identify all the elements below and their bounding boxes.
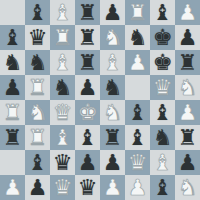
square-f2[interactable]: ♛ [125,150,150,175]
square-c1[interactable]: ♛ [50,175,75,200]
square-c3[interactable]: ♝ [50,125,75,150]
square-c7[interactable]: ♜ [50,25,75,50]
piece-white-knight: ♞ [178,75,198,100]
square-h4[interactable]: ♟ [175,100,200,125]
piece-black-pawn: ♟ [3,75,23,100]
piece-black-knight: ♞ [28,50,48,75]
square-f4[interactable]: ♝ [125,100,150,125]
piece-black-knight: ♞ [3,50,23,75]
square-a4[interactable]: ♜ [0,100,25,125]
piece-white-pawn: ♟ [178,100,198,125]
square-f7[interactable]: ♞ [125,25,150,50]
square-a3[interactable]: ♜ [0,125,25,150]
piece-black-rook: ♜ [103,125,123,150]
square-b6[interactable]: ♞ [25,50,50,75]
square-e7[interactable]: ♞ [100,25,125,50]
piece-black-rook: ♜ [78,50,98,75]
piece-black-pawn: ♟ [28,175,48,200]
piece-black-rook: ♜ [178,50,198,75]
piece-black-knight: ♞ [103,75,123,100]
piece-white-pawn: ♟ [178,0,198,25]
square-a8[interactable] [0,0,25,25]
square-g8[interactable]: ♝ [150,0,175,25]
piece-white-pawn: ♟ [103,175,123,200]
piece-black-bishop: ♝ [3,25,23,50]
piece-white-rook: ♜ [53,25,73,50]
piece-white-bishop: ♝ [153,150,173,175]
square-c8[interactable]: ♝ [50,0,75,25]
square-e4[interactable]: ♞ [100,100,125,125]
square-e5[interactable]: ♞ [100,75,125,100]
piece-black-pawn: ♟ [178,150,198,175]
square-f3[interactable]: ♝ [125,125,150,150]
piece-black-bishop: ♝ [153,0,173,25]
square-e3[interactable]: ♜ [100,125,125,150]
piece-black-rook: ♜ [78,0,98,25]
piece-white-queen: ♛ [128,150,148,175]
square-c4[interactable]: ♛ [50,100,75,125]
square-f5[interactable] [125,75,150,100]
square-f6[interactable]: ♟ [125,50,150,75]
square-a7[interactable]: ♝ [0,25,25,50]
piece-black-rook: ♜ [178,125,198,150]
square-c6[interactable]: ♝ [50,50,75,75]
piece-black-king: ♚ [153,25,173,50]
square-g7[interactable]: ♚ [150,25,175,50]
square-b8[interactable]: ♝ [25,0,50,25]
square-c2[interactable]: ♛ [50,150,75,175]
piece-white-queen: ♛ [53,175,73,200]
piece-white-bishop: ♝ [53,0,73,25]
piece-white-king: ♚ [78,100,98,125]
square-f1[interactable]: ♟ [125,175,150,200]
piece-white-bishop: ♝ [53,125,73,150]
piece-black-pawn: ♟ [103,150,123,175]
square-d1[interactable]: ♛ [75,175,100,200]
piece-white-rook: ♜ [3,100,23,125]
square-h8[interactable]: ♟ [175,0,200,25]
square-g3[interactable]: ♞ [150,125,175,150]
piece-black-rook: ♜ [3,125,23,150]
square-a5[interactable]: ♟ [0,75,25,100]
square-g5[interactable]: ♛ [150,75,175,100]
piece-black-bishop: ♝ [153,100,173,125]
piece-black-queen: ♛ [53,150,73,175]
square-h1[interactable]: ♞ [175,175,200,200]
piece-black-knight: ♞ [153,125,173,150]
square-d7[interactable]: ♜ [75,25,100,50]
piece-white-bishop: ♝ [53,50,73,75]
piece-white-rook: ♜ [128,0,148,25]
piece-white-pawn: ♟ [128,50,148,75]
square-h5[interactable]: ♞ [175,75,200,100]
square-d3[interactable]: ♝ [75,125,100,150]
square-a1[interactable]: ♟ [0,175,25,200]
square-g2[interactable]: ♝ [150,150,175,175]
square-d5[interactable]: ♟ [75,75,100,100]
square-f8[interactable]: ♜ [125,0,150,25]
piece-black-pawn: ♟ [78,150,98,175]
piece-white-knight: ♞ [178,175,198,200]
chess-board: ♝♝♜♟♜♝♟♝♛♜♜♞♞♚♟♞♞♝♜♝♟♚♜♟♜♞♟♞♛♞♜♞♛♚♞♝♝♟♜♜… [0,0,200,200]
piece-white-rook: ♜ [28,125,48,150]
piece-black-queen: ♛ [78,175,98,200]
piece-black-bishop: ♝ [153,175,173,200]
piece-white-pawn: ♟ [128,175,148,200]
square-a6[interactable]: ♞ [0,50,25,75]
square-d6[interactable]: ♜ [75,50,100,75]
square-c5[interactable]: ♞ [50,75,75,100]
piece-black-pawn: ♟ [78,75,98,100]
square-b7[interactable]: ♛ [25,25,50,50]
piece-black-bishop: ♝ [128,100,148,125]
square-g4[interactable]: ♝ [150,100,175,125]
square-b5[interactable]: ♜ [25,75,50,100]
piece-black-knight: ♞ [128,25,148,50]
piece-black-queen: ♛ [28,25,48,50]
piece-white-queen: ♛ [153,75,173,100]
piece-black-pawn: ♟ [103,0,123,25]
piece-black-bishop: ♝ [78,125,98,150]
piece-black-rook: ♜ [78,25,98,50]
square-a2[interactable] [0,150,25,175]
piece-white-knight: ♞ [28,100,48,125]
piece-white-knight: ♞ [103,25,123,50]
square-h6[interactable]: ♜ [175,50,200,75]
square-e8[interactable]: ♟ [100,0,125,25]
square-b3[interactable]: ♜ [25,125,50,150]
piece-white-pawn: ♟ [3,175,23,200]
piece-black-knight: ♞ [53,75,73,100]
square-d8[interactable]: ♜ [75,0,100,25]
piece-black-king: ♚ [153,50,173,75]
square-b4[interactable]: ♞ [25,100,50,125]
square-b1[interactable]: ♟ [25,175,50,200]
square-g1[interactable]: ♝ [150,175,175,200]
piece-white-queen: ♛ [53,100,73,125]
piece-white-bishop: ♝ [103,50,123,75]
square-d2[interactable]: ♟ [75,150,100,175]
piece-black-bishop: ♝ [28,0,48,25]
piece-black-pawn: ♟ [178,25,198,50]
square-e2[interactable]: ♟ [100,150,125,175]
square-e1[interactable]: ♟ [100,175,125,200]
square-g6[interactable]: ♚ [150,50,175,75]
piece-white-knight: ♞ [103,100,123,125]
square-e6[interactable]: ♝ [100,50,125,75]
piece-white-rook: ♜ [28,75,48,100]
square-b2[interactable]: ♝ [25,150,50,175]
square-h3[interactable]: ♜ [175,125,200,150]
square-h2[interactable]: ♟ [175,150,200,175]
square-d4[interactable]: ♚ [75,100,100,125]
piece-black-bishop: ♝ [128,125,148,150]
piece-black-bishop: ♝ [28,150,48,175]
square-h7[interactable]: ♟ [175,25,200,50]
